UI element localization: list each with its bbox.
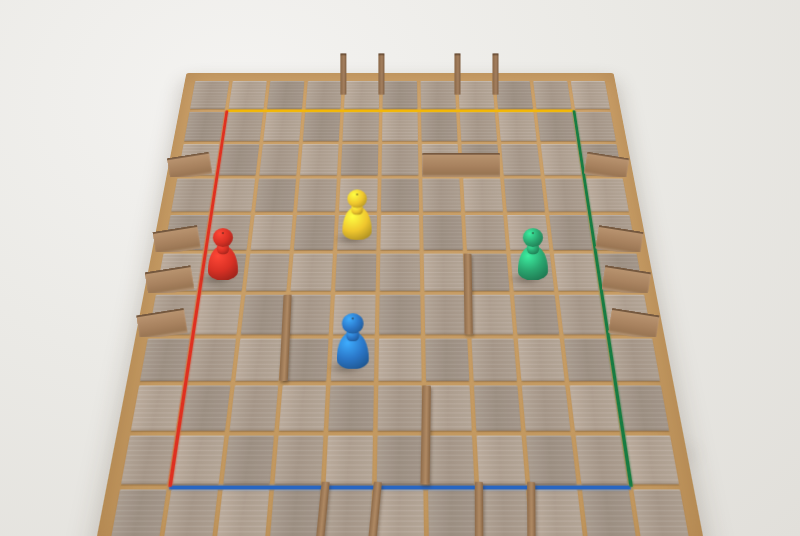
- placed-wall-h-f7g7[interactable]: [422, 153, 500, 177]
- margin-cell: [121, 436, 175, 485]
- margin-cell: [458, 81, 494, 109]
- cell-f1[interactable]: [427, 436, 474, 485]
- cell-e4[interactable]: [379, 295, 421, 335]
- pawn-blue[interactable]: [337, 313, 369, 369]
- cell-h3[interactable]: [518, 339, 565, 381]
- cell-h1[interactable]: [526, 436, 577, 485]
- spare-wall-right-2[interactable]: [595, 225, 643, 255]
- margin-cell: [420, 81, 456, 109]
- cell-a2[interactable]: [180, 385, 230, 430]
- cell-f7[interactable]: [422, 179, 461, 212]
- margin-cell: [479, 489, 530, 536]
- cell-c7[interactable]: [297, 179, 337, 212]
- cell-f2[interactable]: [426, 385, 472, 430]
- cell-h7[interactable]: [504, 179, 545, 212]
- spare-wall-top-2[interactable]: [378, 53, 384, 94]
- margin-cell: [625, 436, 679, 485]
- cell-e3[interactable]: [378, 339, 421, 381]
- margin-cell: [184, 112, 224, 141]
- cell-c6[interactable]: [294, 215, 335, 250]
- cell-b7[interactable]: [255, 179, 296, 212]
- cell-i4[interactable]: [559, 295, 606, 335]
- margin-cell: [617, 385, 669, 430]
- cell-g6[interactable]: [465, 215, 506, 250]
- cell-e2[interactable]: [378, 385, 423, 430]
- margin-cell: [582, 489, 637, 536]
- cell-b2[interactable]: [229, 385, 278, 430]
- cell-g4[interactable]: [469, 295, 513, 335]
- cell-i3[interactable]: [564, 339, 612, 381]
- margin-cell: [305, 81, 341, 109]
- spare-wall-left-4[interactable]: [136, 308, 188, 340]
- spare-wall-top-3[interactable]: [454, 53, 460, 94]
- cell-i1[interactable]: [576, 436, 628, 485]
- margin-cell: [376, 489, 424, 536]
- goal-line-blue: [169, 485, 631, 489]
- cell-g9[interactable]: [460, 112, 498, 141]
- cell-h2[interactable]: [522, 385, 571, 430]
- margin-cell: [575, 112, 615, 141]
- margin-cell: [217, 489, 270, 536]
- spare-wall-top-4[interactable]: [492, 53, 498, 94]
- cell-c9[interactable]: [303, 112, 341, 141]
- spare-wall-right-3[interactable]: [601, 265, 651, 296]
- spare-wall-bottom-4[interactable]: [527, 482, 536, 536]
- spare-wall-left-3[interactable]: [145, 265, 195, 296]
- cell-i2[interactable]: [570, 385, 620, 430]
- cell-e6[interactable]: [380, 215, 419, 250]
- cell-g2[interactable]: [474, 385, 521, 430]
- cell-g7[interactable]: [463, 179, 503, 212]
- quoridor-board: [93, 73, 708, 536]
- cell-i5[interactable]: [554, 254, 599, 291]
- pawn-green[interactable]: [518, 228, 548, 280]
- cell-i9[interactable]: [537, 112, 577, 141]
- cell-h4[interactable]: [514, 295, 559, 335]
- margin-cell: [228, 81, 266, 109]
- cell-e7[interactable]: [381, 179, 419, 212]
- photo-background: [0, 0, 800, 536]
- margin-cell: [323, 489, 372, 536]
- cell-f5[interactable]: [424, 254, 465, 291]
- spare-wall-bottom-3[interactable]: [475, 482, 484, 536]
- cell-f6[interactable]: [423, 215, 463, 250]
- placed-wall-v-ef-12[interactable]: [420, 385, 431, 484]
- pawn-head: [523, 228, 543, 247]
- cell-b1[interactable]: [223, 436, 274, 485]
- margin-cell: [131, 385, 183, 430]
- margin-cell: [571, 81, 610, 109]
- cell-e5[interactable]: [380, 254, 421, 291]
- margin-cell: [140, 339, 190, 381]
- pawn-yellow[interactable]: [342, 189, 371, 240]
- pawn-red[interactable]: [208, 228, 238, 280]
- spare-wall-left-2[interactable]: [152, 225, 200, 255]
- cell-c2[interactable]: [279, 385, 326, 430]
- cell-d9[interactable]: [342, 112, 379, 141]
- margin-cell: [586, 179, 629, 212]
- cell-g5[interactable]: [467, 254, 510, 291]
- spare-wall-top-1[interactable]: [340, 53, 346, 94]
- margin-cell: [267, 81, 304, 109]
- cell-g3[interactable]: [471, 339, 517, 381]
- cell-h8[interactable]: [501, 144, 541, 175]
- cell-i7[interactable]: [545, 179, 587, 212]
- margin-cell: [344, 81, 380, 109]
- margin-cell: [382, 81, 417, 109]
- cell-d8[interactable]: [341, 144, 379, 175]
- margin-cell: [110, 489, 166, 536]
- cell-d5[interactable]: [335, 254, 376, 291]
- margin-cell: [171, 179, 214, 212]
- cell-g1[interactable]: [477, 436, 526, 485]
- cell-b3[interactable]: [235, 339, 282, 381]
- cell-e8[interactable]: [381, 144, 418, 175]
- goal-line-yellow: [226, 109, 573, 111]
- cell-b5[interactable]: [246, 254, 290, 291]
- cell-a1[interactable]: [172, 436, 224, 485]
- cell-c8[interactable]: [300, 144, 339, 175]
- margin-cell: [270, 489, 321, 536]
- board-surface: [93, 73, 708, 536]
- cell-b6[interactable]: [251, 215, 293, 250]
- cell-c4[interactable]: [287, 295, 331, 335]
- cell-d2[interactable]: [328, 385, 374, 430]
- cell-a4[interactable]: [195, 295, 242, 335]
- spare-wall-right-4[interactable]: [608, 308, 660, 340]
- cell-b8[interactable]: [259, 144, 299, 175]
- cell-a9[interactable]: [224, 112, 264, 141]
- cell-d1[interactable]: [326, 436, 373, 485]
- cell-h9[interactable]: [498, 112, 537, 141]
- cell-f4[interactable]: [424, 295, 467, 335]
- cell-a8[interactable]: [219, 144, 260, 175]
- margin-cell: [610, 339, 660, 381]
- margin-cell: [531, 489, 584, 536]
- cell-c5[interactable]: [290, 254, 333, 291]
- spare-wall-left-1[interactable]: [167, 152, 213, 181]
- cell-e9[interactable]: [382, 112, 418, 141]
- cell-b9[interactable]: [263, 112, 302, 141]
- margin-cell: [428, 489, 477, 536]
- cell-a7[interactable]: [213, 179, 255, 212]
- margin-cell: [190, 81, 229, 109]
- cell-f9[interactable]: [421, 112, 458, 141]
- spare-wall-right-1[interactable]: [584, 152, 630, 181]
- pawn-head: [213, 228, 233, 247]
- cell-i8[interactable]: [541, 144, 582, 175]
- cell-a3[interactable]: [188, 339, 236, 381]
- cell-b4[interactable]: [241, 295, 286, 335]
- margin-cell: [533, 81, 571, 109]
- placed-wall-v-fg-45[interactable]: [464, 254, 473, 335]
- pawn-head: [342, 313, 363, 333]
- cell-c3[interactable]: [283, 339, 329, 381]
- margin-cell: [163, 489, 218, 536]
- margin-cell: [496, 81, 533, 109]
- cell-e1[interactable]: [377, 436, 424, 485]
- cell-f3[interactable]: [425, 339, 469, 381]
- margin-cell: [633, 489, 689, 536]
- cell-i6[interactable]: [549, 215, 593, 250]
- pawn-head: [347, 189, 367, 208]
- cell-c1[interactable]: [274, 436, 323, 485]
